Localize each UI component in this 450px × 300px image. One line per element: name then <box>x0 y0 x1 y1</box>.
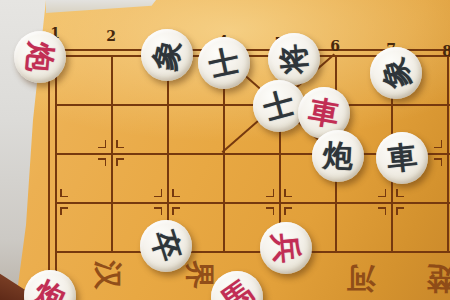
piece-glyph-炮: 炮 <box>322 140 354 172</box>
piece-glyph-兵: 兵 <box>270 232 303 265</box>
piece-red-soldier[interactable]: 兵 <box>260 222 312 274</box>
position-marker <box>105 140 107 148</box>
file-line-2 <box>111 55 113 251</box>
piece-glyph-炮: 炮 <box>24 41 57 74</box>
position-marker <box>396 207 398 215</box>
piece-glyph-士: 士 <box>206 45 242 81</box>
rank-line-4 <box>55 251 450 253</box>
piece-glyph-車: 車 <box>386 142 419 175</box>
position-marker <box>385 207 387 215</box>
table-background-top <box>46 0 156 13</box>
piece-glyph-馬: 馬 <box>216 276 258 300</box>
river-label-汉: 汉 <box>87 261 127 290</box>
piece-black-chariot[interactable]: 車 <box>376 132 428 184</box>
xiangqi-photo-stage: 12345678汉界河楚 炮象士将象士車炮車卒兵炮馬 <box>0 0 450 300</box>
piece-glyph-士: 士 <box>261 88 298 125</box>
position-marker <box>60 189 62 197</box>
board-outer-edge-left <box>48 49 50 300</box>
piece-glyph-象: 象 <box>149 37 185 73</box>
position-marker <box>284 189 286 197</box>
position-marker <box>172 207 174 215</box>
column-number-label-2: 2 <box>106 28 116 44</box>
position-marker <box>273 189 275 197</box>
column-number-label-6: 6 <box>330 38 340 54</box>
position-marker <box>116 158 118 166</box>
piece-black-advisor[interactable]: 士 <box>253 80 305 132</box>
piece-black-elephant[interactable]: 象 <box>370 47 422 99</box>
river-label-河: 河 <box>347 258 376 298</box>
position-marker <box>116 140 118 148</box>
piece-red-cannon[interactable]: 炮 <box>14 31 66 83</box>
piece-red-cannon[interactable]: 炮 <box>24 270 76 300</box>
piece-glyph-象: 象 <box>378 55 415 92</box>
piece-glyph-炮: 炮 <box>30 276 70 300</box>
position-marker <box>284 207 286 215</box>
position-marker <box>172 189 174 197</box>
position-marker <box>273 207 275 215</box>
piece-black-cannon[interactable]: 炮 <box>312 130 364 182</box>
file-line-1 <box>55 55 57 300</box>
piece-black-advisor[interactable]: 士 <box>198 37 250 89</box>
position-marker <box>105 158 107 166</box>
position-marker <box>161 207 163 215</box>
position-marker <box>441 158 443 166</box>
position-marker <box>396 189 398 197</box>
piece-glyph-車: 車 <box>307 96 342 131</box>
piece-glyph-卒: 卒 <box>147 227 185 265</box>
file-line-8 <box>447 55 449 251</box>
position-marker <box>161 189 163 197</box>
piece-black-general[interactable]: 将 <box>268 33 320 85</box>
column-number-label-8: 8 <box>442 43 450 59</box>
piece-glyph-将: 将 <box>278 43 311 76</box>
piece-black-soldier[interactable]: 卒 <box>140 220 192 272</box>
piece-black-elephant[interactable]: 象 <box>141 29 193 81</box>
river-label-楚: 楚 <box>427 258 450 298</box>
position-marker <box>60 207 62 215</box>
position-marker <box>385 189 387 197</box>
position-marker <box>441 140 443 148</box>
